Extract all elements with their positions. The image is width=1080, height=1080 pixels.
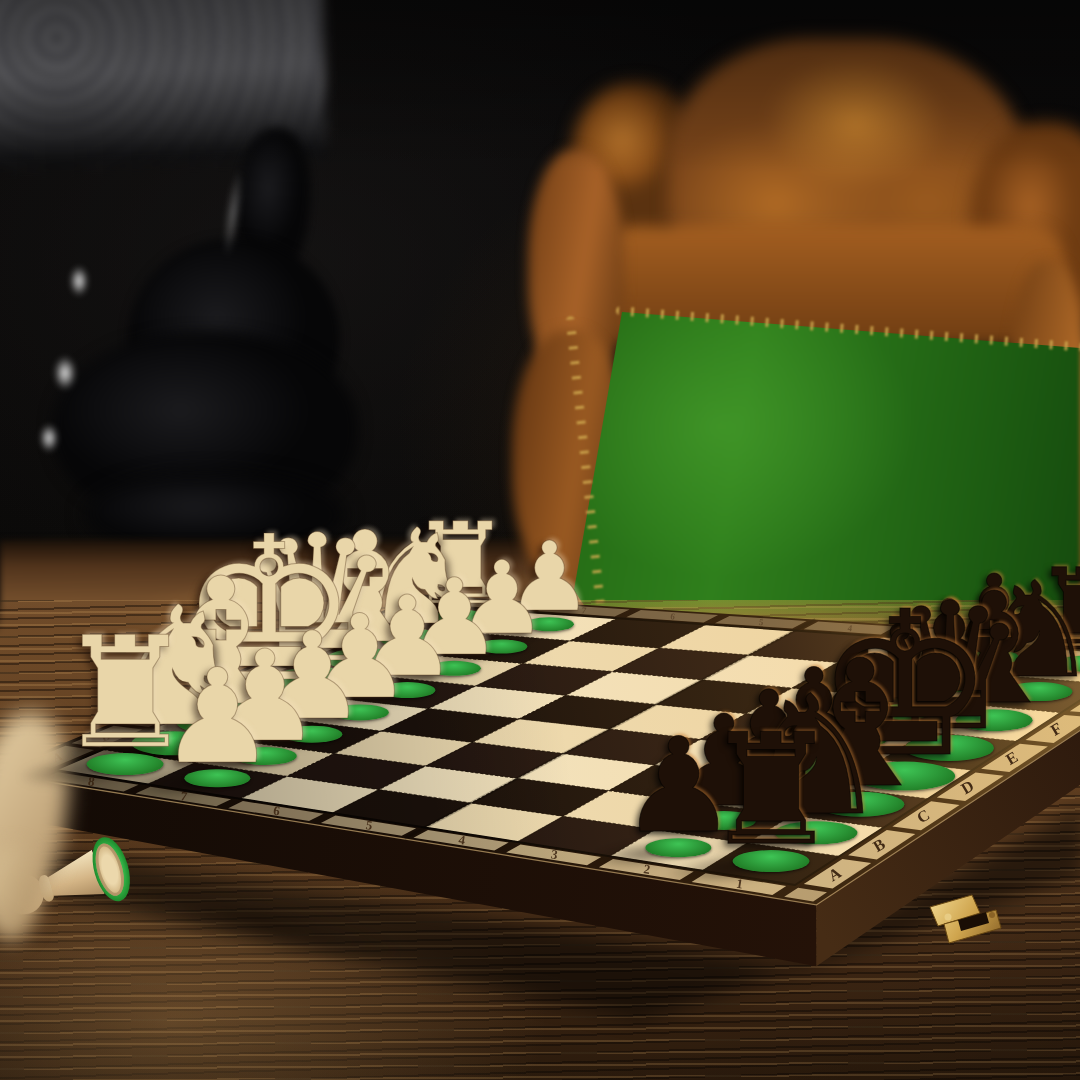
scene: 8877665544332211AABBCCDDEEFFGGHH ♜♞♝♚♛♝♞… bbox=[0, 0, 1080, 1080]
piece-black-rook-a8[interactable]: ♜ bbox=[702, 714, 840, 873]
pieces-layer: ♜♞♝♚♛♝♞♜♟♟♟♟♟♟♟♟♟♟♟♟♟♟♟♟♜♞♝♚♛♝♞♜ bbox=[0, 0, 1080, 1080]
piece-white-pawn-a2[interactable]: ♟ bbox=[159, 652, 276, 789]
